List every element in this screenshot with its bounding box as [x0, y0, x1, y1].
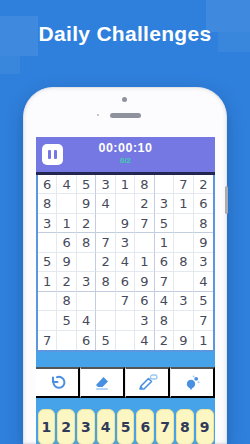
sudoku-cell[interactable]: 9	[135, 272, 154, 291]
sudoku-cell[interactable]: 8	[77, 233, 96, 252]
sudoku-cell[interactable]: 3	[77, 272, 96, 291]
numpad-key-3[interactable]: 3	[77, 409, 95, 444]
numpad-key-7[interactable]: 7	[156, 409, 174, 444]
pencil-icon	[136, 374, 158, 392]
page-title: Daily Challenges	[0, 22, 250, 46]
sudoku-cell[interactable]: 3	[194, 253, 213, 272]
sudoku-cell[interactable]: 7	[194, 311, 213, 330]
sudoku-cell[interactable]	[116, 194, 135, 213]
sudoku-cell[interactable]: 3	[155, 194, 174, 213]
sudoku-cell[interactable]: 6	[57, 233, 76, 252]
sudoku-cell[interactable]: 7	[135, 214, 154, 233]
sudoku-cell[interactable]	[135, 233, 154, 252]
sudoku-cell[interactable]: 9	[174, 331, 193, 350]
pause-icon	[48, 150, 51, 159]
sudoku-cell[interactable]: 9	[116, 214, 135, 233]
sudoku-cell[interactable]: 1	[57, 214, 76, 233]
hint-button[interactable]	[170, 367, 215, 398]
sudoku-cell[interactable]	[96, 311, 115, 330]
sudoku-cell[interactable]	[57, 194, 76, 213]
speaker-slit	[110, 113, 141, 118]
sudoku-cell[interactable]: 8	[57, 292, 76, 311]
sudoku-cell[interactable]: 2	[96, 253, 115, 272]
undo-button[interactable]	[36, 367, 80, 398]
sudoku-cell[interactable]: 7	[38, 331, 57, 350]
sudoku-cell[interactable]: 6	[155, 253, 174, 272]
sudoku-cell[interactable]: 7	[174, 175, 193, 194]
sudoku-cell[interactable]	[77, 253, 96, 272]
app-background: Daily Challenges 00:00:10 0/2 6453187289…	[0, 0, 250, 444]
sudoku-cell[interactable]	[96, 292, 115, 311]
toolbar	[36, 367, 215, 398]
camera-icon	[122, 97, 127, 102]
sudoku-cell[interactable]: 4	[96, 194, 115, 213]
sudoku-board: 6453187289423163129758687319592416831238…	[36, 175, 215, 352]
sudoku-cell[interactable]	[174, 272, 193, 291]
sudoku-cell[interactable]: 5	[57, 311, 76, 330]
sudoku-cell[interactable]: 8	[96, 272, 115, 291]
sudoku-cell[interactable]: 6	[116, 272, 135, 291]
sudoku-cell[interactable]	[96, 214, 115, 233]
sudoku-cell[interactable]: 7	[96, 233, 115, 252]
sudoku-cell[interactable]: 2	[77, 214, 96, 233]
sudoku-cell[interactable]	[38, 311, 57, 330]
numpad-key-1[interactable]: 1	[38, 409, 56, 444]
sudoku-cell[interactable]: 8	[38, 194, 57, 213]
sudoku-cell[interactable]: 4	[77, 311, 96, 330]
pause-button[interactable]	[42, 144, 63, 165]
phone-side-button	[225, 186, 228, 214]
sudoku-cell[interactable]	[116, 311, 135, 330]
numpad-key-5[interactable]: 5	[117, 409, 135, 444]
eraser-icon	[93, 374, 111, 392]
notes-button[interactable]	[125, 367, 170, 398]
sudoku-cell[interactable]: 1	[155, 233, 174, 252]
sudoku-cell[interactable]: 7	[155, 272, 174, 291]
sudoku-cell[interactable]: 6	[194, 194, 213, 213]
sudoku-cell[interactable]: 8	[174, 253, 193, 272]
sudoku-cell[interactable]: 5	[96, 331, 115, 350]
sudoku-cell[interactable]: 1	[116, 175, 135, 194]
game-header-bar: 00:00:10 0/2	[36, 137, 215, 172]
numpad-key-8[interactable]: 8	[176, 409, 194, 444]
sudoku-cell[interactable]: 5	[194, 292, 213, 311]
sudoku-cell[interactable]: 5	[77, 175, 96, 194]
sudoku-cell[interactable]	[155, 175, 174, 194]
numpad-key-6[interactable]: 6	[136, 409, 154, 444]
sudoku-cell[interactable]	[116, 331, 135, 350]
sudoku-cell[interactable]	[174, 233, 193, 252]
sudoku-cell[interactable]	[77, 292, 96, 311]
background-deco-square	[0, 56, 20, 74]
eraser-button[interactable]	[80, 367, 125, 398]
sudoku-cell[interactable]: 4	[57, 175, 76, 194]
sudoku-cell[interactable]: 3	[38, 214, 57, 233]
sudoku-cell[interactable]: 5	[155, 214, 174, 233]
sudoku-cell[interactable]: 9	[57, 253, 76, 272]
sensor-dot	[97, 114, 99, 116]
sudoku-cell[interactable]: 2	[135, 194, 154, 213]
numpad-key-2[interactable]: 2	[57, 409, 75, 444]
sudoku-cell[interactable]: 6	[77, 331, 96, 350]
sudoku-cell[interactable]: 4	[194, 272, 213, 291]
pause-icon	[54, 150, 57, 159]
sudoku-cell[interactable]: 1	[38, 272, 57, 291]
sudoku-cell[interactable]: 2	[194, 175, 213, 194]
sudoku-cell[interactable]: 7	[116, 292, 135, 311]
sudoku-cell[interactable]	[38, 233, 57, 252]
sudoku-cell[interactable]: 3	[135, 311, 154, 330]
sudoku-cell[interactable]: 3	[96, 175, 115, 194]
sudoku-cell[interactable]: 1	[194, 331, 213, 350]
number-pad: 123456789	[36, 409, 215, 444]
numpad-key-9[interactable]: 9	[196, 409, 214, 444]
sudoku-cell[interactable]: 6	[135, 292, 154, 311]
sudoku-cell[interactable]: 9	[77, 194, 96, 213]
sudoku-cell[interactable]: 6	[38, 175, 57, 194]
sudoku-cell[interactable]: 4	[116, 253, 135, 272]
sudoku-cell[interactable]: 2	[57, 272, 76, 291]
sudoku-cell[interactable]: 8	[135, 175, 154, 194]
undo-icon	[48, 374, 66, 392]
sudoku-cell[interactable]	[38, 292, 57, 311]
sudoku-cell[interactable]: 8	[155, 311, 174, 330]
sudoku-cell[interactable]: 8	[194, 214, 213, 233]
sudoku-cell[interactable]: 4	[135, 331, 154, 350]
sudoku-cell[interactable]: 1	[174, 194, 193, 213]
sudoku-cell[interactable]	[174, 214, 193, 233]
sudoku-cell[interactable]: 5	[38, 253, 57, 272]
sudoku-cell[interactable]	[174, 311, 193, 330]
sudoku-cell[interactable]: 2	[155, 331, 174, 350]
sudoku-cell[interactable]	[57, 331, 76, 350]
sudoku-cell[interactable]: 9	[194, 233, 213, 252]
sudoku-cell[interactable]: 3	[174, 292, 193, 311]
numpad-key-4[interactable]: 4	[97, 409, 115, 444]
sudoku-cell[interactable]: 3	[116, 233, 135, 252]
sudoku-cell[interactable]: 4	[155, 292, 174, 311]
hint-bulb-icon	[183, 374, 201, 392]
game-screen: 00:00:10 0/2 645318728942316312975868731…	[36, 137, 215, 444]
sudoku-cell[interactable]: 1	[135, 253, 154, 272]
